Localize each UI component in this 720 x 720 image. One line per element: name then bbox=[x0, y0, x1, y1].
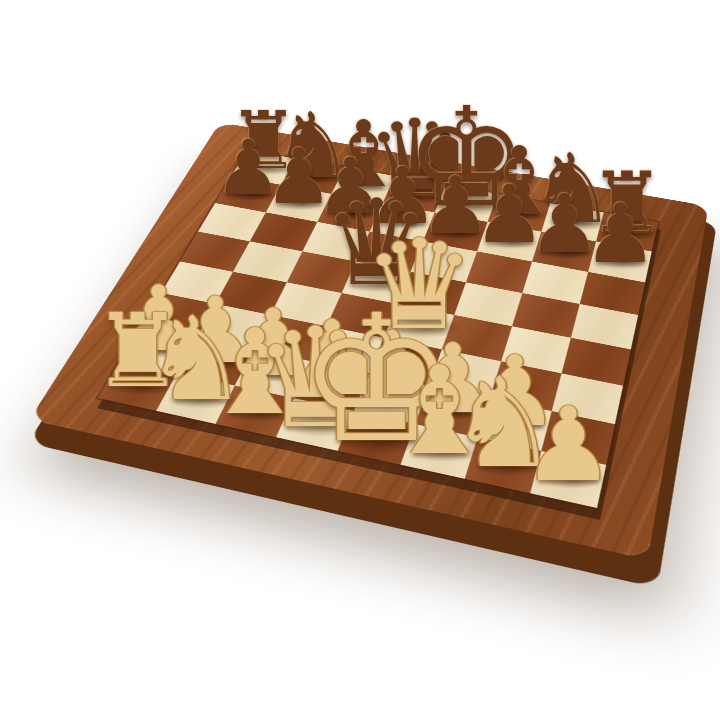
product-photo-scene: ♜♞♝♛♚♝♞♜♟♟♟♟♟♟♟♟♛♛♟♟♟♟♟♟♟♜♞♝♛♚♝♞♟ bbox=[0, 0, 720, 720]
chess-board bbox=[98, 150, 658, 508]
